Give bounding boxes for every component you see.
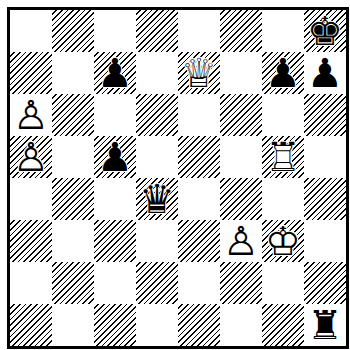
square-h4[interactable]: [304, 178, 346, 220]
square-g4[interactable]: [262, 178, 304, 220]
square-a4[interactable]: [10, 178, 52, 220]
square-c6[interactable]: [94, 94, 136, 136]
square-d8[interactable]: [136, 10, 178, 52]
square-b8[interactable]: [52, 10, 94, 52]
white-pawn-body: ♟: [10, 94, 52, 136]
square-h7[interactable]: ♟: [304, 52, 346, 94]
square-e8[interactable]: [178, 10, 220, 52]
square-c7[interactable]: ♟: [94, 52, 136, 94]
white-pawn-piece: ♙: [10, 136, 52, 178]
square-h6[interactable]: [304, 94, 346, 136]
white-rook-piece: ♖: [262, 136, 304, 178]
square-e3[interactable]: [178, 220, 220, 262]
square-e6[interactable]: [178, 94, 220, 136]
square-f6[interactable]: [220, 94, 262, 136]
black-pawn-piece: ♟: [94, 136, 136, 178]
white-queen-piece: ♕: [178, 52, 220, 94]
black-king-piece: ♚: [304, 10, 346, 52]
square-e5[interactable]: [178, 136, 220, 178]
white-pawn-piece: ♙: [220, 220, 262, 262]
square-b6[interactable]: [52, 94, 94, 136]
square-f4[interactable]: [220, 178, 262, 220]
black-rook-piece: ♜: [304, 304, 346, 346]
square-a1[interactable]: [10, 304, 52, 346]
square-g1[interactable]: [262, 304, 304, 346]
square-h1[interactable]: ♜: [304, 304, 346, 346]
square-b3[interactable]: [52, 220, 94, 262]
chess-board-frame: ♚♟♛♕♟♟♟♙♟♙♟♜♖♛♟♙♚♔♜: [7, 7, 349, 349]
black-pawn-piece: ♟: [262, 52, 304, 94]
black-pawn-piece: ♟: [94, 52, 136, 94]
square-d5[interactable]: [136, 136, 178, 178]
square-c1[interactable]: [94, 304, 136, 346]
square-f5[interactable]: [220, 136, 262, 178]
square-a5[interactable]: ♟♙: [10, 136, 52, 178]
square-d4[interactable]: ♛: [136, 178, 178, 220]
white-king-body: ♚: [262, 220, 304, 262]
square-h8[interactable]: ♚: [304, 10, 346, 52]
chess-board: ♚♟♛♕♟♟♟♙♟♙♟♜♖♛♟♙♚♔♜: [10, 10, 346, 346]
square-d3[interactable]: [136, 220, 178, 262]
white-pawn-piece: ♙: [10, 94, 52, 136]
square-c5[interactable]: ♟: [94, 136, 136, 178]
square-e1[interactable]: [178, 304, 220, 346]
white-king-piece: ♔: [262, 220, 304, 262]
square-f7[interactable]: [220, 52, 262, 94]
square-g6[interactable]: [262, 94, 304, 136]
square-a8[interactable]: [10, 10, 52, 52]
square-b4[interactable]: [52, 178, 94, 220]
square-f8[interactable]: [220, 10, 262, 52]
square-h5[interactable]: [304, 136, 346, 178]
square-e4[interactable]: [178, 178, 220, 220]
square-f3[interactable]: ♟♙: [220, 220, 262, 262]
square-d1[interactable]: [136, 304, 178, 346]
square-a2[interactable]: [10, 262, 52, 304]
square-f2[interactable]: [220, 262, 262, 304]
square-b1[interactable]: [52, 304, 94, 346]
square-g3[interactable]: ♚♔: [262, 220, 304, 262]
black-pawn-piece: ♟: [304, 52, 346, 94]
square-c8[interactable]: [94, 10, 136, 52]
square-e7[interactable]: ♛♕: [178, 52, 220, 94]
square-f1[interactable]: [220, 304, 262, 346]
square-a3[interactable]: [10, 220, 52, 262]
square-c4[interactable]: [94, 178, 136, 220]
white-pawn-body: ♟: [10, 136, 52, 178]
square-b2[interactable]: [52, 262, 94, 304]
square-d6[interactable]: [136, 94, 178, 136]
square-b5[interactable]: [52, 136, 94, 178]
white-queen-body: ♛: [178, 52, 220, 94]
black-queen-piece: ♛: [136, 178, 178, 220]
square-a6[interactable]: ♟♙: [10, 94, 52, 136]
square-e2[interactable]: [178, 262, 220, 304]
square-g7[interactable]: ♟: [262, 52, 304, 94]
square-h3[interactable]: [304, 220, 346, 262]
square-a7[interactable]: [10, 52, 52, 94]
square-h2[interactable]: [304, 262, 346, 304]
square-c2[interactable]: [94, 262, 136, 304]
square-d7[interactable]: [136, 52, 178, 94]
white-pawn-body: ♟: [220, 220, 262, 262]
square-g5[interactable]: ♜♖: [262, 136, 304, 178]
square-g8[interactable]: [262, 10, 304, 52]
white-rook-body: ♜: [262, 136, 304, 178]
square-b7[interactable]: [52, 52, 94, 94]
square-c3[interactable]: [94, 220, 136, 262]
square-d2[interactable]: [136, 262, 178, 304]
square-g2[interactable]: [262, 262, 304, 304]
